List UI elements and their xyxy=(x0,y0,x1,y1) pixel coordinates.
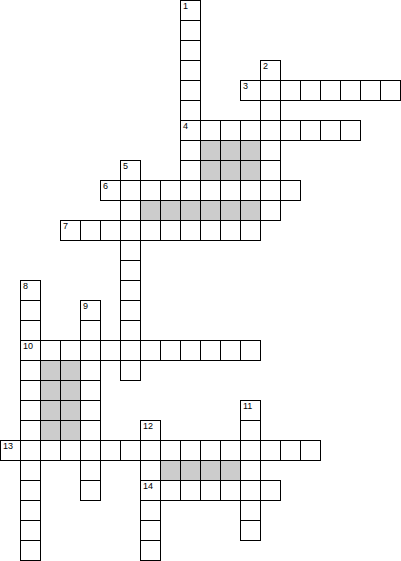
blocked-cell xyxy=(60,400,81,421)
grid-cell[interactable] xyxy=(160,480,181,501)
grid-cell[interactable] xyxy=(120,440,141,461)
grid-cell[interactable] xyxy=(180,220,201,241)
grid-cell[interactable] xyxy=(120,320,141,341)
grid-cell[interactable] xyxy=(200,440,221,461)
blocked-cell xyxy=(220,200,241,221)
grid-cell[interactable] xyxy=(260,160,281,181)
grid-cell[interactable] xyxy=(100,440,121,461)
grid-cell[interactable] xyxy=(260,440,281,461)
grid-cell[interactable] xyxy=(20,500,41,521)
grid-cell[interactable] xyxy=(200,340,221,361)
clue-number: 6 xyxy=(103,181,108,191)
crossword-grid: 1234567891011121314 xyxy=(0,0,401,561)
blocked-cell xyxy=(160,200,181,221)
grid-cell[interactable] xyxy=(200,120,221,141)
grid-cell[interactable] xyxy=(300,120,321,141)
grid-cell[interactable] xyxy=(200,180,221,201)
grid-cell[interactable] xyxy=(140,520,161,541)
grid-cell[interactable] xyxy=(140,540,161,561)
grid-cell[interactable] xyxy=(240,520,261,541)
grid-cell[interactable] xyxy=(340,80,361,101)
grid-cell[interactable] xyxy=(280,180,301,201)
clue-number: 11 xyxy=(243,401,252,411)
grid-cell[interactable] xyxy=(180,80,201,101)
grid-cell[interactable] xyxy=(260,140,281,161)
grid-cell[interactable] xyxy=(280,120,301,141)
grid-cell[interactable] xyxy=(160,440,181,461)
blocked-cell xyxy=(180,200,201,221)
grid-cell[interactable] xyxy=(220,480,241,501)
grid-cell[interactable] xyxy=(180,60,201,81)
grid-cell[interactable] xyxy=(260,100,281,121)
grid-cell[interactable] xyxy=(100,220,121,241)
grid-cell[interactable] xyxy=(180,440,201,461)
grid-cell[interactable] xyxy=(120,240,141,261)
grid-cell[interactable] xyxy=(320,80,341,101)
grid-cell[interactable]: 10 xyxy=(20,340,41,361)
grid-cell[interactable] xyxy=(180,20,201,41)
blocked-cell xyxy=(240,160,261,181)
grid-cell[interactable] xyxy=(120,260,141,281)
clue-number: 8 xyxy=(23,281,28,291)
grid-cell[interactable] xyxy=(200,480,221,501)
clue-number: 3 xyxy=(243,81,248,91)
clue-number: 5 xyxy=(123,161,128,171)
blocked-cell xyxy=(60,360,81,381)
grid-cell[interactable] xyxy=(300,440,321,461)
grid-cell[interactable] xyxy=(100,340,121,361)
blocked-cell xyxy=(240,140,261,161)
grid-cell[interactable] xyxy=(180,160,201,181)
grid-cell[interactable] xyxy=(80,420,101,441)
grid-cell[interactable]: 13 xyxy=(0,440,21,461)
grid-cell[interactable] xyxy=(120,220,141,241)
grid-cell[interactable] xyxy=(140,220,161,241)
grid-cell[interactable] xyxy=(240,480,261,501)
clue-number: 4 xyxy=(183,121,188,131)
grid-cell[interactable] xyxy=(60,440,81,461)
grid-cell[interactable] xyxy=(80,220,101,241)
grid-cell[interactable]: 5 xyxy=(120,160,141,181)
grid-cell[interactable] xyxy=(80,440,101,461)
grid-cell[interactable] xyxy=(220,440,241,461)
grid-cell[interactable] xyxy=(300,80,321,101)
grid-cell[interactable] xyxy=(260,200,281,221)
clue-number: 9 xyxy=(83,301,88,311)
blocked-cell xyxy=(40,420,61,441)
blocked-cell xyxy=(240,200,261,221)
grid-cell[interactable]: 11 xyxy=(240,400,261,421)
grid-cell[interactable] xyxy=(180,140,201,161)
grid-cell[interactable]: 12 xyxy=(140,420,161,441)
grid-cell[interactable] xyxy=(120,180,141,201)
grid-cell[interactable]: 1 xyxy=(180,0,201,21)
clue-number: 13 xyxy=(3,441,13,451)
grid-cell[interactable] xyxy=(40,440,61,461)
grid-cell[interactable] xyxy=(60,340,81,361)
grid-cell[interactable] xyxy=(280,440,301,461)
grid-cell[interactable] xyxy=(220,220,241,241)
grid-cell[interactable] xyxy=(340,120,361,141)
grid-cell[interactable] xyxy=(180,180,201,201)
blocked-cell xyxy=(200,200,221,221)
grid-cell[interactable] xyxy=(20,360,41,381)
grid-cell[interactable] xyxy=(120,200,141,221)
blocked-cell xyxy=(220,160,241,181)
grid-cell[interactable] xyxy=(120,340,141,361)
grid-cell[interactable] xyxy=(240,500,261,521)
blocked-cell xyxy=(40,400,61,421)
grid-cell[interactable] xyxy=(120,360,141,381)
grid-cell[interactable] xyxy=(160,180,181,201)
grid-cell[interactable] xyxy=(180,40,201,61)
grid-cell[interactable] xyxy=(80,360,101,381)
grid-cell[interactable] xyxy=(120,280,141,301)
grid-cell[interactable] xyxy=(180,100,201,121)
blocked-cell xyxy=(200,140,221,161)
grid-cell[interactable]: 8 xyxy=(20,280,41,301)
grid-cell[interactable] xyxy=(220,180,241,201)
grid-cell[interactable] xyxy=(20,420,41,441)
grid-cell[interactable] xyxy=(20,520,41,541)
grid-cell[interactable] xyxy=(80,320,101,341)
grid-cell[interactable] xyxy=(180,480,201,501)
grid-cell[interactable]: 14 xyxy=(140,480,161,501)
grid-cell[interactable] xyxy=(160,340,181,361)
grid-cell[interactable] xyxy=(80,340,101,361)
clue-number: 1 xyxy=(183,1,188,11)
clue-number: 2 xyxy=(263,61,268,71)
grid-cell[interactable] xyxy=(320,120,341,141)
blocked-cell xyxy=(40,380,61,401)
grid-cell[interactable] xyxy=(220,120,241,141)
grid-cell[interactable] xyxy=(260,80,281,101)
grid-cell[interactable] xyxy=(260,480,281,501)
grid-cell[interactable] xyxy=(20,540,41,561)
grid-cell[interactable] xyxy=(240,340,261,361)
grid-cell[interactable] xyxy=(180,340,201,361)
grid-cell[interactable] xyxy=(80,400,101,421)
grid-cell[interactable] xyxy=(160,220,181,241)
clue-number: 12 xyxy=(143,421,153,431)
grid-cell[interactable] xyxy=(240,440,261,461)
blocked-cell xyxy=(200,160,221,181)
grid-cell[interactable] xyxy=(240,460,261,481)
blocked-cell xyxy=(200,460,221,481)
grid-cell[interactable] xyxy=(20,400,41,421)
grid-cell[interactable] xyxy=(140,500,161,521)
grid-cell[interactable] xyxy=(240,220,261,241)
blocked-cell xyxy=(180,460,201,481)
clue-number: 10 xyxy=(23,341,33,351)
blocked-cell xyxy=(140,200,161,221)
grid-cell[interactable] xyxy=(240,180,261,201)
grid-cell[interactable] xyxy=(140,340,161,361)
grid-cell[interactable] xyxy=(120,300,141,321)
grid-cell[interactable] xyxy=(140,180,161,201)
blocked-cell xyxy=(160,460,181,481)
grid-cell[interactable] xyxy=(260,120,281,141)
grid-cell[interactable] xyxy=(240,120,261,141)
clue-number: 7 xyxy=(63,221,68,231)
grid-cell[interactable] xyxy=(20,440,41,461)
blocked-cell xyxy=(220,140,241,161)
blocked-cell xyxy=(60,380,81,401)
grid-cell[interactable] xyxy=(220,340,241,361)
grid-cell[interactable] xyxy=(280,80,301,101)
grid-cell[interactable]: 6 xyxy=(100,180,121,201)
grid-cell[interactable] xyxy=(80,460,101,481)
grid-cell[interactable]: 9 xyxy=(80,300,101,321)
grid-cell[interactable] xyxy=(80,380,101,401)
grid-cell[interactable] xyxy=(20,320,41,341)
grid-cell[interactable] xyxy=(260,180,281,201)
grid-cell[interactable] xyxy=(140,440,161,461)
grid-cell[interactable] xyxy=(240,420,261,441)
clue-number: 14 xyxy=(143,481,153,491)
grid-cell[interactable]: 2 xyxy=(260,60,281,81)
grid-cell[interactable] xyxy=(200,220,221,241)
grid-cell[interactable] xyxy=(80,480,101,501)
blocked-cell xyxy=(220,460,241,481)
grid-cell[interactable] xyxy=(20,380,41,401)
grid-cell[interactable]: 4 xyxy=(180,120,201,141)
grid-cell[interactable] xyxy=(20,300,41,321)
grid-cell[interactable]: 7 xyxy=(60,220,81,241)
grid-cell[interactable] xyxy=(40,340,61,361)
grid-cell[interactable] xyxy=(360,80,381,101)
grid-cell[interactable] xyxy=(20,480,41,501)
blocked-cell xyxy=(60,420,81,441)
blocked-cell xyxy=(40,360,61,381)
grid-cell[interactable] xyxy=(140,460,161,481)
grid-cell[interactable]: 3 xyxy=(240,80,261,101)
grid-cell[interactable] xyxy=(380,80,401,101)
grid-cell[interactable] xyxy=(20,460,41,481)
